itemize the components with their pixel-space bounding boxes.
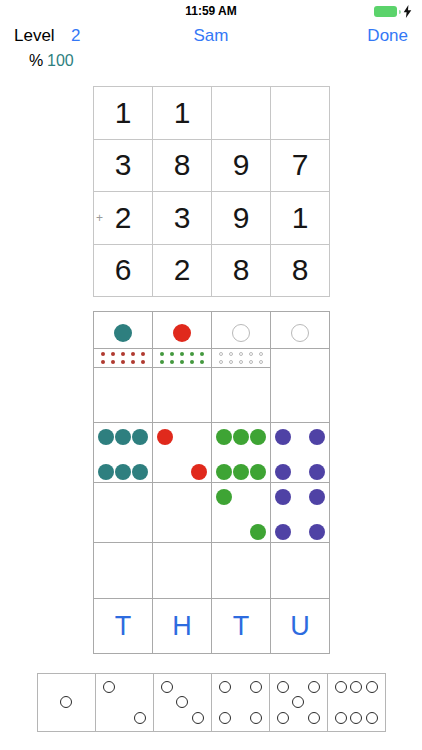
spacer-cell-bottom-3[interactable]	[271, 543, 330, 599]
pip-slot	[190, 710, 206, 726]
red-dot[interactable]	[157, 429, 173, 445]
purple-dot[interactable]	[275, 429, 291, 445]
spacer-cell-bottom-1[interactable]	[153, 543, 212, 599]
purple-dot[interactable]	[309, 429, 325, 445]
exchange-dot	[180, 352, 184, 356]
number-cell-r0c3[interactable]	[271, 87, 330, 140]
pip-slot	[101, 679, 117, 695]
exchange-dot	[160, 360, 164, 364]
dice-tile-6[interactable]	[328, 674, 385, 731]
exchange-dot	[121, 360, 125, 364]
pip-slot	[132, 695, 148, 711]
exchange-dot	[180, 360, 184, 364]
spacer-cell-top-2[interactable]	[212, 368, 271, 423]
teal-dot[interactable]	[115, 464, 131, 480]
number-cell-r1c0[interactable]: 3	[94, 140, 153, 193]
pip-circle	[277, 712, 289, 724]
number-cell-r0c0[interactable]: 1	[94, 87, 153, 140]
carry-dot-outline[interactable]	[232, 324, 250, 342]
navigation-bar: Level 2 Sam Done	[0, 26, 422, 48]
number-cell-r3c2[interactable]: 8	[212, 245, 271, 298]
exchange-dot	[229, 360, 233, 364]
plus-operator: +	[96, 211, 103, 225]
place-value-dots-grid: THTU	[93, 311, 330, 654]
pip-slot	[306, 679, 322, 695]
pip-slot	[159, 710, 175, 726]
pip-slot	[159, 679, 175, 695]
pip-circle	[103, 681, 115, 693]
exchange-dot-row	[219, 360, 263, 364]
pip-slot	[349, 710, 365, 726]
pip-slot	[248, 695, 264, 711]
purple-dot[interactable]	[275, 464, 291, 480]
exchange-dot	[101, 360, 105, 364]
exchange-dot-row	[101, 352, 145, 356]
pip-slot	[291, 679, 307, 695]
dice-tile-3[interactable]	[154, 674, 212, 731]
pip-slot	[291, 695, 307, 711]
number-cell-r1c3[interactable]: 7	[271, 140, 330, 193]
number-cell-r1c1[interactable]: 8	[153, 140, 212, 193]
exchange-dot	[219, 352, 223, 356]
work-dots-cell-r1c2[interactable]	[212, 483, 271, 543]
exchange-empty-cell-3	[271, 349, 330, 368]
pip-slot	[248, 710, 264, 726]
teal-dot[interactable]	[132, 429, 148, 445]
green-dot[interactable]	[250, 464, 266, 480]
pip-slot	[333, 695, 349, 711]
number-cell-r3c1[interactable]: 2	[153, 245, 212, 298]
pip-circle	[350, 712, 362, 724]
green-dot[interactable]	[250, 524, 266, 540]
dice-tile-4[interactable]	[212, 674, 270, 731]
pip-circle	[250, 681, 262, 693]
pip-circle	[192, 712, 204, 724]
work-dots-cell-r1c1[interactable]	[153, 483, 212, 543]
status-bar-time: 11:59 AM	[0, 4, 422, 18]
pip-circle	[308, 712, 320, 724]
purple-dot[interactable]	[275, 524, 291, 540]
battery-cap-icon	[399, 10, 401, 14]
pip-slot	[74, 679, 90, 695]
exchange-dot	[111, 352, 115, 356]
pip-slot	[275, 695, 291, 711]
number-cell-r0c2[interactable]	[212, 87, 271, 140]
pip-slot	[217, 710, 233, 726]
carry-circle-cell-3[interactable]	[271, 312, 330, 349]
exchange-dot	[190, 360, 194, 364]
exchange-dot	[190, 352, 194, 356]
dice-tile-1[interactable]	[38, 674, 96, 731]
pip-slot	[175, 710, 191, 726]
exchange-dot	[141, 360, 145, 364]
exchange-dot	[200, 352, 204, 356]
purple-dot[interactable]	[309, 464, 325, 480]
carry-circle-cell-0[interactable]	[94, 312, 153, 349]
dice-tile-2[interactable]	[96, 674, 154, 731]
pip-slot	[333, 679, 349, 695]
pip-slot	[233, 710, 249, 726]
pip-slot	[291, 710, 307, 726]
work-dots-cell-r0c3[interactable]	[271, 423, 330, 483]
exchange-dot	[259, 352, 263, 356]
exchange-dot	[200, 360, 204, 364]
pip-slot	[43, 679, 59, 695]
pip-circle	[176, 696, 188, 708]
work-dots-cell-r1c3[interactable]	[271, 483, 330, 543]
column-label-t-2: T	[212, 599, 271, 654]
pip-slot	[132, 710, 148, 726]
pip-circle	[161, 681, 173, 693]
teal-dot[interactable]	[98, 464, 114, 480]
pip-slot	[217, 695, 233, 711]
pip-slot	[364, 710, 380, 726]
pip-slot	[349, 695, 365, 711]
dice-tile-5[interactable]	[270, 674, 328, 731]
pip-circle	[250, 712, 262, 724]
app-screen: 11:59 AM Level 2 Sam Done % 100 1138972+…	[0, 0, 422, 750]
pip-slot	[349, 679, 365, 695]
pip-circle	[219, 712, 231, 724]
pip-circle	[277, 681, 289, 693]
percent-value: 100	[47, 52, 74, 70]
green-dot[interactable]	[216, 429, 232, 445]
pip-slot	[117, 695, 133, 711]
teal-dot[interactable]	[115, 429, 131, 445]
exchange-dot	[131, 360, 135, 364]
carry-dot-filled[interactable]	[114, 324, 132, 342]
student-name-button[interactable]: Sam	[0, 26, 422, 46]
exchange-dot	[249, 360, 253, 364]
exchange-dot	[131, 352, 135, 356]
pip-slot	[306, 695, 322, 711]
exchange-dot	[101, 352, 105, 356]
green-dot[interactable]	[216, 489, 232, 505]
dice-tile-tray	[37, 673, 386, 732]
number-cell-r2c0[interactable]: 2+	[94, 192, 153, 245]
green-dot[interactable]	[250, 429, 266, 445]
exchange-dot	[239, 352, 243, 356]
spacer-cell-bottom-2[interactable]	[212, 543, 271, 599]
lightning-bolt-icon	[403, 5, 412, 18]
exchange-dot-row	[101, 360, 145, 364]
pip-slot	[132, 679, 148, 695]
pip-circle	[350, 681, 362, 693]
carry-circle-cell-1[interactable]	[153, 312, 212, 349]
number-cell-r2c3[interactable]: 1	[271, 192, 330, 245]
pip-slot	[117, 710, 133, 726]
exchange-dot	[229, 352, 233, 356]
green-dot[interactable]	[233, 464, 249, 480]
number-grid: 1138972+3916288	[93, 86, 330, 297]
pip-slot	[333, 710, 349, 726]
exchange-dot	[170, 360, 174, 364]
column-label-t-0: T	[94, 599, 153, 654]
work-dots-cell-r0c0[interactable]	[94, 423, 153, 483]
pip-slot	[217, 679, 233, 695]
purple-dot[interactable]	[275, 489, 291, 505]
carry-dot-filled[interactable]	[173, 324, 191, 342]
pip-circle	[134, 712, 146, 724]
exchange-dot	[219, 360, 223, 364]
pip-slot	[306, 710, 322, 726]
green-dot[interactable]	[216, 464, 232, 480]
spacer-cell-top-1[interactable]	[153, 368, 212, 423]
number-cell-r2c2[interactable]: 9	[212, 192, 271, 245]
exchange-dots-cell-1	[153, 349, 212, 368]
pip-circle	[335, 712, 347, 724]
red-dot[interactable]	[191, 464, 207, 480]
exchange-dots-cell-0	[94, 349, 153, 368]
exchange-dot	[249, 352, 253, 356]
battery-charging-icon	[374, 5, 412, 18]
column-label-u-3: U	[271, 599, 330, 654]
carry-dot-outline[interactable]	[291, 324, 309, 342]
purple-dot[interactable]	[309, 524, 325, 540]
percent-label: %	[29, 52, 43, 70]
pip-slot	[275, 710, 291, 726]
pip-circle	[308, 681, 320, 693]
exchange-dot	[121, 352, 125, 356]
work-dots-cell-r0c1[interactable]	[153, 423, 212, 483]
pip-slot	[74, 695, 90, 711]
done-button[interactable]: Done	[367, 26, 408, 46]
pip-circle	[219, 681, 231, 693]
pip-slot	[175, 679, 191, 695]
pip-slot	[190, 679, 206, 695]
pip-slot	[175, 695, 191, 711]
green-dot[interactable]	[233, 429, 249, 445]
number-cell-r2c1[interactable]: 3	[153, 192, 212, 245]
exchange-dot	[141, 352, 145, 356]
spacer-cell-top-3[interactable]	[271, 368, 330, 423]
exchange-dot-row	[160, 360, 204, 364]
work-dots-cell-r1c0[interactable]	[94, 483, 153, 543]
pip-slot	[233, 679, 249, 695]
pip-slot	[43, 695, 59, 711]
pip-slot	[74, 710, 90, 726]
pip-slot	[364, 695, 380, 711]
teal-dot[interactable]	[98, 429, 114, 445]
exchange-dot	[259, 360, 263, 364]
pip-circle	[366, 681, 378, 693]
pip-slot	[233, 695, 249, 711]
pip-slot	[59, 695, 75, 711]
work-dots-cell-r0c2[interactable]	[212, 423, 271, 483]
number-cell-r3c0[interactable]: 6	[94, 245, 153, 298]
number-cell-r3c3[interactable]: 8	[271, 245, 330, 298]
exchange-dot-row	[219, 352, 263, 356]
pip-slot	[117, 679, 133, 695]
battery-level-icon	[374, 6, 397, 17]
exchange-dot	[170, 352, 174, 356]
pip-slot	[364, 679, 380, 695]
pip-circle	[366, 712, 378, 724]
number-cell-r1c2[interactable]: 9	[212, 140, 271, 193]
exchange-dot-row	[160, 352, 204, 356]
teal-dot[interactable]	[132, 464, 148, 480]
pip-slot	[101, 710, 117, 726]
pip-slot	[275, 679, 291, 695]
column-label-h-1: H	[153, 599, 212, 654]
number-cell-r0c1[interactable]: 1	[153, 87, 212, 140]
exchange-dot	[111, 360, 115, 364]
purple-dot[interactable]	[309, 489, 325, 505]
pip-circle	[292, 696, 304, 708]
pip-slot	[101, 695, 117, 711]
exchange-dots-cell-2	[212, 349, 271, 368]
exchange-dot	[239, 360, 243, 364]
pip-slot	[43, 710, 59, 726]
carry-circle-cell-2[interactable]	[212, 312, 271, 349]
spacer-cell-bottom-0[interactable]	[94, 543, 153, 599]
exchange-dot	[160, 352, 164, 356]
pip-slot	[159, 695, 175, 711]
pip-circle	[60, 696, 72, 708]
pip-slot	[190, 695, 206, 711]
pip-slot	[59, 679, 75, 695]
pip-circle	[335, 681, 347, 693]
pip-slot	[59, 710, 75, 726]
pip-slot	[248, 679, 264, 695]
spacer-cell-top-0[interactable]	[94, 368, 153, 423]
